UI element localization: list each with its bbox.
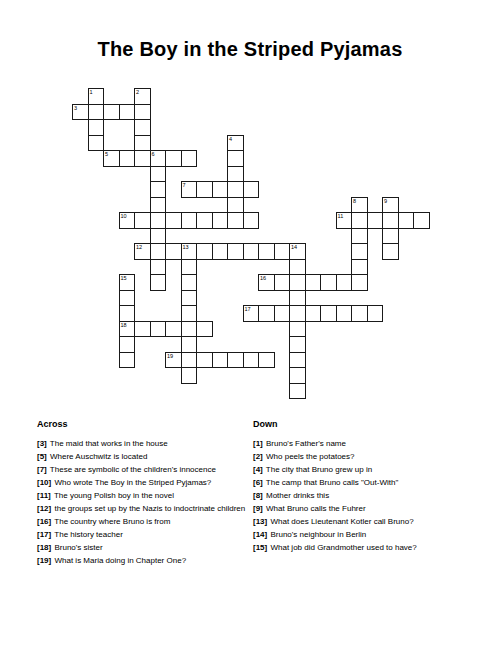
- cell-number: 1: [90, 89, 93, 95]
- cell-number: 15: [121, 275, 127, 281]
- grid-cell[interactable]: [351, 305, 368, 322]
- grid-cell[interactable]: [289, 305, 306, 322]
- grid-cell[interactable]: [258, 352, 275, 369]
- grid-cell[interactable]: [88, 119, 105, 136]
- grid-cell[interactable]: [119, 290, 136, 307]
- grid-cell[interactable]: [150, 166, 167, 183]
- clue: [13] What does Lieutenant Kotler call Br…: [253, 516, 473, 527]
- grid-cell[interactable]: [134, 104, 151, 121]
- grid-cell[interactable]: [181, 352, 198, 369]
- clue-number-label: [12]: [37, 504, 51, 513]
- clue-number-label: [5]: [37, 452, 47, 461]
- clue-number-label: [11]: [37, 491, 51, 500]
- grid-cell[interactable]: [289, 290, 306, 307]
- grid-cell[interactable]: [351, 274, 368, 291]
- cell-number: 3: [74, 105, 77, 111]
- grid-cell[interactable]: [150, 274, 167, 291]
- clue: [18] Bruno's sister: [37, 542, 249, 553]
- clue: [16] The country where Bruno is from: [37, 516, 249, 527]
- clue-number-label: [17]: [37, 530, 51, 539]
- grid-cell[interactable]: [274, 305, 291, 322]
- clue-number-label: [4]: [253, 465, 263, 474]
- grid-cell[interactable]: [243, 212, 260, 229]
- grid-cell[interactable]: 11: [336, 212, 353, 229]
- grid-cell[interactable]: [367, 212, 384, 229]
- grid-cell[interactable]: [119, 104, 136, 121]
- grid-cell[interactable]: [150, 197, 167, 214]
- grid-cell[interactable]: [398, 212, 415, 229]
- clue: [9] What Bruno calls the Fuhrer: [253, 503, 473, 514]
- grid-cell[interactable]: [413, 212, 430, 229]
- clue-number-label: [13]: [253, 517, 267, 526]
- grid-cell[interactable]: [134, 119, 151, 136]
- grid-cell[interactable]: 16: [258, 274, 275, 291]
- cell-number: 4: [229, 136, 232, 142]
- clue: [3] The maid that works in the house: [37, 438, 249, 449]
- cell-number: 10: [121, 213, 127, 219]
- grid-cell[interactable]: [227, 150, 244, 167]
- clue-number-label: [6]: [253, 478, 263, 487]
- grid-cell[interactable]: [134, 212, 151, 229]
- clue: [8] Mother drinks this: [253, 490, 473, 501]
- grid-cell[interactable]: [258, 243, 275, 260]
- grid-cell[interactable]: [289, 352, 306, 369]
- grid-cell[interactable]: 12: [134, 243, 151, 260]
- clue-number-label: [1]: [253, 439, 263, 448]
- grid-cell[interactable]: [382, 228, 399, 245]
- grid-cell[interactable]: 15: [119, 274, 136, 291]
- grid-cell[interactable]: [351, 212, 368, 229]
- grid-cell[interactable]: 14: [289, 243, 306, 260]
- grid-cell[interactable]: [119, 305, 136, 322]
- cell-number: 8: [353, 198, 356, 204]
- page-title: The Boy in the Striped Pyjamas: [0, 38, 500, 61]
- grid-cell[interactable]: 7: [181, 181, 198, 198]
- grid-cell[interactable]: [351, 259, 368, 276]
- grid-cell[interactable]: [165, 150, 182, 167]
- clue: [6] The camp that Bruno calls "Out-With": [253, 477, 473, 488]
- grid-cell[interactable]: [88, 135, 105, 152]
- down-header: Down: [253, 419, 473, 429]
- cell-number: 16: [260, 275, 266, 281]
- cell-number: 12: [136, 244, 142, 250]
- clue: [4] The city that Bruno grew up in: [253, 464, 473, 475]
- grid-cell[interactable]: [196, 181, 213, 198]
- grid-cell[interactable]: [165, 321, 182, 338]
- grid-cell[interactable]: [181, 212, 198, 229]
- grid-cell[interactable]: [305, 305, 322, 322]
- clue: [11] The young Polish boy in the novel: [37, 490, 249, 501]
- grid-cell[interactable]: [165, 243, 182, 260]
- grid-cell[interactable]: [227, 197, 244, 214]
- grid-cell[interactable]: 19: [165, 352, 182, 369]
- grid-cell[interactable]: [227, 352, 244, 369]
- grid-cell[interactable]: [382, 212, 399, 229]
- clue: [12] the groups set up by the Nazis to i…: [37, 503, 249, 514]
- grid-cell[interactable]: [227, 243, 244, 260]
- grid-cell[interactable]: [134, 321, 151, 338]
- grid-cell[interactable]: [320, 305, 337, 322]
- clue-number-label: [10]: [37, 478, 51, 487]
- clue-number-label: [18]: [37, 543, 51, 552]
- grid-cell[interactable]: 13: [181, 243, 198, 260]
- grid-cell[interactable]: [181, 259, 198, 276]
- down-clue-list: [1] Bruno's Father's name[2] Who peels t…: [253, 438, 473, 553]
- grid-cell[interactable]: [289, 274, 306, 291]
- grid-cell[interactable]: [181, 274, 198, 291]
- grid-cell[interactable]: [150, 259, 167, 276]
- grid-cell[interactable]: [382, 243, 399, 260]
- clue-number-label: [9]: [253, 504, 263, 513]
- grid-cell[interactable]: [134, 135, 151, 152]
- grid-cell[interactable]: [320, 274, 337, 291]
- clue-number-label: [7]: [37, 465, 47, 474]
- grid-cell[interactable]: [289, 336, 306, 353]
- grid-cell[interactable]: [196, 212, 213, 229]
- clue: [5] Where Auschwitz is located: [37, 451, 249, 462]
- cell-number: 18: [121, 322, 127, 328]
- grid-cell[interactable]: [289, 383, 306, 400]
- across-header: Across: [37, 419, 249, 429]
- grid-cell[interactable]: [227, 166, 244, 183]
- grid-cell[interactable]: [274, 274, 291, 291]
- grid-cell[interactable]: [181, 367, 198, 384]
- cell-number: 17: [245, 306, 251, 312]
- grid-cell[interactable]: [181, 150, 198, 167]
- clue: [2] Who peels the potatoes?: [253, 451, 473, 462]
- clue-number-label: [15]: [253, 543, 267, 552]
- cell-number: 14: [291, 244, 297, 250]
- grid-cell[interactable]: 4: [227, 135, 244, 152]
- grid-cell[interactable]: [150, 228, 167, 245]
- crossword-grid: 12345678910111213141516171819: [72, 88, 429, 398]
- grid-cell[interactable]: [119, 352, 136, 369]
- grid-cell[interactable]: 5: [103, 150, 120, 167]
- cell-number: 5: [105, 151, 108, 157]
- grid-cell[interactable]: 6: [150, 150, 167, 167]
- cell-number: 13: [183, 244, 189, 250]
- grid-cell[interactable]: [227, 181, 244, 198]
- cell-number: 9: [384, 198, 387, 204]
- cell-number: 2: [136, 89, 139, 95]
- grid-cell[interactable]: [289, 259, 306, 276]
- grid-cell[interactable]: 9: [382, 197, 399, 214]
- grid-cell[interactable]: [243, 352, 260, 369]
- grid-cell[interactable]: [181, 336, 198, 353]
- grid-cell[interactable]: 2: [134, 88, 151, 105]
- grid-cell[interactable]: [196, 243, 213, 260]
- grid-cell[interactable]: 17: [243, 305, 260, 322]
- across-clue-list: [3] The maid that works in the house[5] …: [37, 438, 249, 566]
- cell-number: 19: [167, 353, 173, 359]
- grid-cell[interactable]: [150, 181, 167, 198]
- grid-cell[interactable]: [243, 243, 260, 260]
- grid-cell[interactable]: [165, 212, 182, 229]
- grid-cell[interactable]: [212, 352, 229, 369]
- clue-number-label: [2]: [253, 452, 263, 461]
- grid-cell[interactable]: [351, 228, 368, 245]
- grid-cell[interactable]: [243, 181, 260, 198]
- grid-cell[interactable]: [212, 181, 229, 198]
- clue-number-label: [16]: [37, 517, 51, 526]
- grid-cell[interactable]: [150, 212, 167, 229]
- grid-cell[interactable]: [150, 243, 167, 260]
- grid-cell[interactable]: [258, 305, 275, 322]
- cell-number: 7: [183, 182, 186, 188]
- grid-cell[interactable]: [274, 243, 291, 260]
- grid-cell[interactable]: 3: [72, 104, 89, 121]
- grid-cell[interactable]: [289, 321, 306, 338]
- clue: [17] The history teacher: [37, 529, 249, 540]
- grid-cell[interactable]: [134, 150, 151, 167]
- grid-cell[interactable]: [212, 212, 229, 229]
- clue-number-label: [8]: [253, 491, 263, 500]
- grid-cell[interactable]: [351, 243, 368, 260]
- clue: [1] Bruno's Father's name: [253, 438, 473, 449]
- grid-cell[interactable]: [305, 274, 322, 291]
- grid-cell[interactable]: [181, 305, 198, 322]
- grid-cell[interactable]: [367, 305, 384, 322]
- grid-cell[interactable]: [88, 104, 105, 121]
- down-clues-section: Down [1] Bruno's Father's name[2] Who pe…: [253, 419, 473, 555]
- grid-cell[interactable]: [103, 104, 120, 121]
- cell-number: 6: [152, 151, 155, 157]
- grid-cell[interactable]: [196, 321, 213, 338]
- grid-cell[interactable]: [196, 352, 213, 369]
- clue: [10] Who wrote The Boy in the Striped Py…: [37, 477, 249, 488]
- grid-cell[interactable]: [289, 367, 306, 384]
- clue-number-label: [3]: [37, 439, 47, 448]
- across-clues-section: Across [3] The maid that works in the ho…: [37, 419, 249, 568]
- cell-number: 11: [338, 213, 344, 219]
- grid-cell[interactable]: [181, 321, 198, 338]
- grid-cell[interactable]: [119, 336, 136, 353]
- grid-cell[interactable]: [212, 243, 229, 260]
- grid-cell[interactable]: 8: [351, 197, 368, 214]
- clue: [7] These are symbolic of the children's…: [37, 464, 249, 475]
- grid-cell[interactable]: 18: [119, 321, 136, 338]
- clue-number-label: [19]: [37, 556, 51, 565]
- grid-cell[interactable]: 10: [119, 212, 136, 229]
- grid-cell[interactable]: [336, 305, 353, 322]
- grid-cell[interactable]: [227, 212, 244, 229]
- grid-cell[interactable]: [181, 290, 198, 307]
- grid-cell[interactable]: [150, 321, 167, 338]
- clue-number-label: [14]: [253, 530, 267, 539]
- clue: [15] What job did Grandmother used to ha…: [253, 542, 473, 553]
- grid-cell[interactable]: [119, 150, 136, 167]
- grid-cell[interactable]: 1: [88, 88, 105, 105]
- clue: [14] Bruno's neighbour in Berlin: [253, 529, 473, 540]
- grid-cell[interactable]: [336, 274, 353, 291]
- clue: [19] What is Maria doing in Chapter One?: [37, 555, 249, 566]
